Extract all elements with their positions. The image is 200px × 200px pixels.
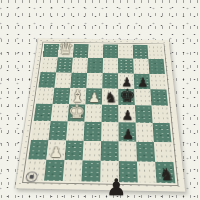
square-c3[interactable]	[66, 122, 84, 141]
white-queen-piece[interactable]: ♛	[58, 41, 73, 58]
white-king-piece[interactable]: ♚	[68, 103, 85, 122]
square-f4[interactable]: ♟	[118, 105, 135, 123]
square-e6[interactable]	[102, 73, 118, 89]
square-e7[interactable]	[103, 58, 119, 73]
square-a5[interactable]	[36, 87, 54, 104]
square-h8[interactable]	[147, 45, 163, 59]
square-a8[interactable]	[43, 44, 60, 58]
captured-piece[interactable]: ♟	[106, 176, 127, 199]
square-e2[interactable]	[101, 141, 119, 161]
square-g3[interactable]	[136, 123, 154, 142]
square-h3[interactable]	[153, 123, 172, 142]
square-h1[interactable]: ♞	[155, 162, 175, 184]
board-frame-line: ♛♟♟♝♟♞♚♚♟♟♟♞	[22, 42, 179, 186]
square-b4[interactable]	[51, 104, 69, 122]
black-knight-piece[interactable]: ♞	[104, 90, 118, 105]
square-g6[interactable]: ♟	[134, 73, 151, 89]
square-b3[interactable]	[49, 121, 68, 140]
black-pawn-piece[interactable]: ♟	[121, 127, 134, 141]
black-pawn-icon: ♟	[106, 174, 127, 200]
square-g8[interactable]	[133, 45, 149, 59]
square-b2[interactable]: ♟	[46, 140, 66, 160]
square-h5[interactable]	[150, 89, 168, 106]
square-d4[interactable]	[85, 104, 102, 122]
square-d1[interactable]	[81, 160, 100, 182]
square-e4[interactable]	[102, 105, 119, 123]
square-g1[interactable]	[137, 161, 157, 183]
square-a3[interactable]	[31, 121, 51, 140]
black-pawn-piece[interactable]: ♟	[121, 109, 133, 123]
square-f3[interactable]: ♟	[119, 122, 137, 141]
white-pawn-piece[interactable]: ♟	[49, 145, 62, 159]
square-f8[interactable]	[118, 45, 133, 59]
square-e8[interactable]	[103, 44, 118, 58]
square-h2[interactable]	[154, 142, 174, 162]
square-g5[interactable]	[134, 89, 151, 106]
chess-board: ♛♟♟♝♟♞♚♚♟♟♟♞	[15, 38, 185, 191]
square-h7[interactable]	[148, 59, 165, 74]
square-b6[interactable]	[54, 72, 71, 88]
square-f5[interactable]: ♚	[118, 89, 135, 106]
square-d2[interactable]	[83, 140, 102, 160]
terrazzo-floor: ♛♟♟♝♟♞♚♚♟♟♟♞ ♟	[0, 0, 200, 200]
square-g2[interactable]	[136, 141, 155, 161]
square-d6[interactable]	[86, 73, 102, 89]
square-h6[interactable]	[149, 74, 166, 90]
square-g7[interactable]	[133, 59, 149, 74]
square-d7[interactable]	[87, 58, 103, 73]
square-c2[interactable]	[64, 140, 83, 160]
black-king-piece[interactable]: ♚	[118, 87, 135, 105]
square-e3[interactable]	[101, 122, 119, 141]
square-f2[interactable]	[119, 141, 137, 161]
white-pawn-piece[interactable]: ♟	[88, 92, 100, 105]
square-g4[interactable]	[135, 105, 153, 123]
square-a7[interactable]	[41, 57, 58, 72]
square-f7[interactable]	[118, 58, 134, 73]
square-b8[interactable]: ♛	[58, 44, 74, 58]
square-a6[interactable]	[38, 72, 56, 88]
square-c7[interactable]	[72, 58, 88, 73]
square-d8[interactable]	[88, 44, 103, 58]
square-c4[interactable]: ♚	[68, 104, 86, 122]
board-grid: ♛♟♟♝♟♞♚♚♟♟♟♞	[25, 44, 175, 184]
square-a4[interactable]	[34, 104, 53, 122]
square-b1[interactable]	[44, 160, 64, 181]
black-knight-piece[interactable]: ♞	[158, 166, 173, 183]
square-a2[interactable]	[28, 140, 48, 160]
square-c1[interactable]	[63, 160, 83, 181]
black-pawn-piece[interactable]: ♟	[137, 76, 149, 89]
square-h4[interactable]	[151, 106, 169, 124]
square-c8[interactable]	[73, 44, 89, 58]
square-e5[interactable]: ♞	[102, 88, 118, 105]
square-d3[interactable]	[84, 122, 102, 141]
square-b7[interactable]	[56, 58, 73, 73]
square-d5[interactable]: ♟	[85, 88, 102, 105]
